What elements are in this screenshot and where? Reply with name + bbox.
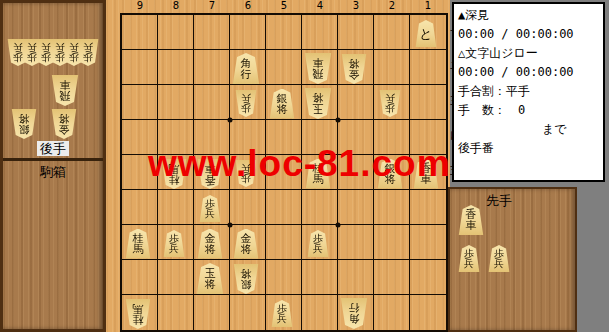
board-cell-9六[interactable] xyxy=(122,190,158,225)
star-point xyxy=(336,223,341,228)
board-cell-8九[interactable] xyxy=(158,295,194,330)
board-cell-2七[interactable] xyxy=(374,225,410,260)
board-cell-2六[interactable] xyxy=(374,190,410,225)
board-cell-5一[interactable] xyxy=(266,15,302,50)
made-line: まで xyxy=(458,120,599,139)
board-cell-1七[interactable] xyxy=(410,225,446,260)
file-label-6: 6 xyxy=(230,0,266,12)
sente-tray-label: 先手 xyxy=(486,192,512,210)
board-cell-1九[interactable] xyxy=(410,295,446,330)
shogi-piece-飛車-gote[interactable]: 飛車 xyxy=(51,75,79,106)
sente-hand-tray: 先手 香車歩兵歩兵 xyxy=(448,187,577,332)
board-cell-7三[interactable] xyxy=(194,85,230,120)
star-point xyxy=(336,118,341,123)
board-cell-6一[interactable] xyxy=(230,15,266,50)
board-cell-7一[interactable] xyxy=(194,15,230,50)
star-point xyxy=(228,118,233,123)
watermark-text: www.loc-81.com xyxy=(148,143,451,185)
file-label-9: 9 xyxy=(122,0,158,12)
gote-clock: 00:00 / 00:00:00 xyxy=(458,63,599,82)
board-cell-2一[interactable] xyxy=(374,15,410,50)
shogi-piece-歩兵-sente[interactable]: 歩兵 xyxy=(458,245,480,272)
board-cell-3一[interactable] xyxy=(338,15,374,50)
board-cell-2八[interactable] xyxy=(374,260,410,295)
handicap-line: 手合割：平手 xyxy=(458,82,599,101)
board-cell-8六[interactable] xyxy=(158,190,194,225)
gote-tray-label: 後手 xyxy=(37,141,69,156)
file-label-7: 7 xyxy=(194,0,230,12)
board-cell-1六[interactable] xyxy=(410,190,446,225)
move-count-line: 手 数： 0 xyxy=(458,101,599,120)
board-cell-1八[interactable] xyxy=(410,260,446,295)
board-cell-7九[interactable] xyxy=(194,295,230,330)
file-label-4: 4 xyxy=(302,0,338,12)
board-cell-4一[interactable] xyxy=(302,15,338,50)
shogi-piece-歩兵-sente[interactable]: 歩兵 xyxy=(488,245,510,272)
board-cell-3七[interactable] xyxy=(338,225,374,260)
board-cell-2九[interactable] xyxy=(374,295,410,330)
board-cell-8一[interactable] xyxy=(158,15,194,50)
board-cell-8八[interactable] xyxy=(158,260,194,295)
board-cell-4六[interactable] xyxy=(302,190,338,225)
board-cell-3三[interactable] xyxy=(338,85,374,120)
board-cell-9一[interactable] xyxy=(122,15,158,50)
board-cell-7二[interactable] xyxy=(194,50,230,85)
file-label-3: 3 xyxy=(338,0,374,12)
file-label-5: 5 xyxy=(266,0,302,12)
sente-clock: 00:00 / 00:00:00 xyxy=(458,25,599,44)
board-cell-6九[interactable] xyxy=(230,295,266,330)
sente-player-name: ▲深見 xyxy=(458,6,599,25)
star-point xyxy=(228,223,233,228)
board-cell-9二[interactable] xyxy=(122,50,158,85)
file-label-1: 1 xyxy=(410,0,446,12)
board-cell-1三[interactable] xyxy=(410,85,446,120)
turn-indicator: 後手番 xyxy=(458,139,599,158)
tray-divider xyxy=(3,158,103,161)
board-cell-3六[interactable] xyxy=(338,190,374,225)
shogi-app-window: 後手 駒箱 歩兵歩兵歩兵歩兵歩兵歩兵飛車銀将金将 と角行飛車金将歩兵銀将玉将歩兵… xyxy=(0,0,609,332)
shogi-piece-金将-gote[interactable]: 金将 xyxy=(51,109,77,139)
board-cell-1二[interactable] xyxy=(410,50,446,85)
gote-hand-tray: 後手 駒箱 歩兵歩兵歩兵歩兵歩兵歩兵飛車銀将金将 xyxy=(0,0,106,332)
board-cell-5二[interactable] xyxy=(266,50,302,85)
board-cell-8二[interactable] xyxy=(158,50,194,85)
board-cell-5六[interactable] xyxy=(266,190,302,225)
board-cell-4八[interactable] xyxy=(302,260,338,295)
piece-box-label: 駒箱 xyxy=(40,163,66,181)
board-cell-3八[interactable] xyxy=(338,260,374,295)
board-cell-5七[interactable] xyxy=(266,225,302,260)
board-cell-2二[interactable] xyxy=(374,50,410,85)
board-cell-9三[interactable] xyxy=(122,85,158,120)
board-cell-6六[interactable] xyxy=(230,190,266,225)
board-cell-9八[interactable] xyxy=(122,260,158,295)
board-cell-5八[interactable] xyxy=(266,260,302,295)
file-label-8: 8 xyxy=(158,0,194,12)
shogi-piece-銀将-gote[interactable]: 銀将 xyxy=(11,109,37,139)
board-cell-4九[interactable] xyxy=(302,295,338,330)
game-info-panel: ▲深見 00:00 / 00:00:00 △文字山ジロー 00:00 / 00:… xyxy=(452,2,605,182)
board-cell-8三[interactable] xyxy=(158,85,194,120)
gote-player-name: △文字山ジロー xyxy=(458,44,599,63)
file-label-2: 2 xyxy=(374,0,410,12)
shogi-piece-香車-sente[interactable]: 香車 xyxy=(458,205,484,235)
